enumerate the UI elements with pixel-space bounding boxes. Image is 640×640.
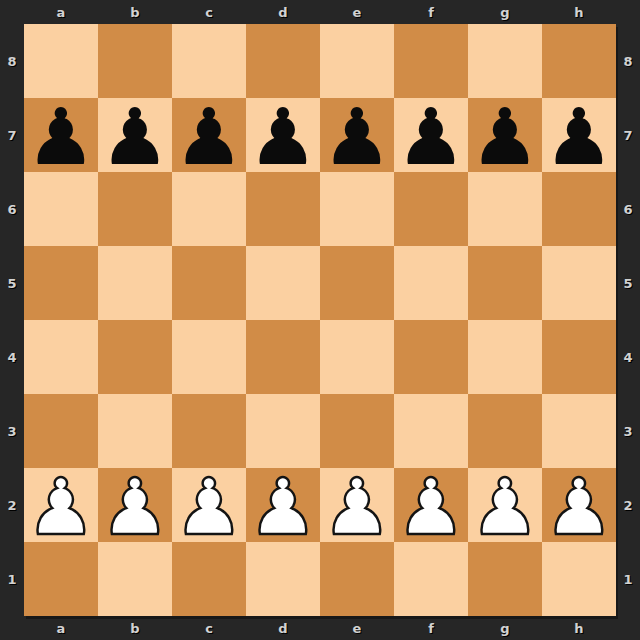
square-a4[interactable] <box>24 320 98 394</box>
file-label-e: e <box>320 0 394 24</box>
file-label-b: b <box>98 616 172 640</box>
black-pawn[interactable]: ♟ <box>544 102 614 172</box>
square-f6[interactable] <box>394 172 468 246</box>
square-f5[interactable] <box>394 246 468 320</box>
square-h3[interactable] <box>542 394 616 468</box>
black-pawn[interactable]: ♟ <box>26 102 96 172</box>
square-h6[interactable] <box>542 172 616 246</box>
square-e3[interactable] <box>320 394 394 468</box>
white-pawn[interactable]: ♟ <box>470 472 540 542</box>
square-g7[interactable]: ♟ <box>468 98 542 172</box>
rank-label-8: 8 <box>0 24 24 98</box>
square-c8[interactable] <box>172 24 246 98</box>
square-h2[interactable]: ♟ <box>542 468 616 542</box>
rank-label-7: 7 <box>616 98 640 172</box>
file-label-c: c <box>172 616 246 640</box>
file-labels-top: abcdefgh <box>24 0 616 24</box>
square-h7[interactable]: ♟ <box>542 98 616 172</box>
rank-label-2: 2 <box>616 468 640 542</box>
file-label-b: b <box>98 0 172 24</box>
square-f1[interactable] <box>394 542 468 616</box>
rank-label-8: 8 <box>616 24 640 98</box>
square-h8[interactable] <box>542 24 616 98</box>
white-pawn[interactable]: ♟ <box>322 472 392 542</box>
rank-label-4: 4 <box>0 320 24 394</box>
square-d4[interactable] <box>246 320 320 394</box>
square-c6[interactable] <box>172 172 246 246</box>
square-g2[interactable]: ♟ <box>468 468 542 542</box>
file-label-c: c <box>172 0 246 24</box>
square-c2[interactable]: ♟ <box>172 468 246 542</box>
square-d3[interactable] <box>246 394 320 468</box>
file-labels-bottom: abcdefgh <box>24 616 616 640</box>
square-h4[interactable] <box>542 320 616 394</box>
square-g4[interactable] <box>468 320 542 394</box>
file-label-h: h <box>542 0 616 24</box>
black-pawn[interactable]: ♟ <box>100 102 170 172</box>
square-e4[interactable] <box>320 320 394 394</box>
square-g1[interactable] <box>468 542 542 616</box>
square-e5[interactable] <box>320 246 394 320</box>
white-pawn[interactable]: ♟ <box>544 472 614 542</box>
square-b5[interactable] <box>98 246 172 320</box>
board: ♟♟♟♟♟♟♟♟♟♟♟♟♟♟♟♟ <box>24 24 616 616</box>
square-c3[interactable] <box>172 394 246 468</box>
square-h1[interactable] <box>542 542 616 616</box>
white-pawn[interactable]: ♟ <box>248 472 318 542</box>
file-label-e: e <box>320 616 394 640</box>
square-e8[interactable] <box>320 24 394 98</box>
square-d8[interactable] <box>246 24 320 98</box>
rank-label-6: 6 <box>0 172 24 246</box>
black-pawn[interactable]: ♟ <box>470 102 540 172</box>
square-g6[interactable] <box>468 172 542 246</box>
square-e6[interactable] <box>320 172 394 246</box>
square-b4[interactable] <box>98 320 172 394</box>
file-label-a: a <box>24 0 98 24</box>
rank-label-3: 3 <box>616 394 640 468</box>
square-e1[interactable] <box>320 542 394 616</box>
black-pawn[interactable]: ♟ <box>396 102 466 172</box>
file-label-f: f <box>394 0 468 24</box>
square-d2[interactable]: ♟ <box>246 468 320 542</box>
square-a6[interactable] <box>24 172 98 246</box>
square-g5[interactable] <box>468 246 542 320</box>
square-a5[interactable] <box>24 246 98 320</box>
square-d6[interactable] <box>246 172 320 246</box>
square-c4[interactable] <box>172 320 246 394</box>
square-a2[interactable]: ♟ <box>24 468 98 542</box>
file-label-h: h <box>542 616 616 640</box>
square-b6[interactable] <box>98 172 172 246</box>
rank-label-5: 5 <box>0 246 24 320</box>
square-a8[interactable] <box>24 24 98 98</box>
square-d7[interactable]: ♟ <box>246 98 320 172</box>
file-label-d: d <box>246 0 320 24</box>
square-h5[interactable] <box>542 246 616 320</box>
white-pawn[interactable]: ♟ <box>26 472 96 542</box>
rank-labels-right: 87654321 <box>616 24 640 616</box>
square-d1[interactable] <box>246 542 320 616</box>
file-label-a: a <box>24 616 98 640</box>
square-c5[interactable] <box>172 246 246 320</box>
square-a3[interactable] <box>24 394 98 468</box>
white-pawn[interactable]: ♟ <box>174 472 244 542</box>
square-b1[interactable] <box>98 542 172 616</box>
file-label-f: f <box>394 616 468 640</box>
white-pawn[interactable]: ♟ <box>100 472 170 542</box>
rank-label-4: 4 <box>616 320 640 394</box>
black-pawn[interactable]: ♟ <box>174 102 244 172</box>
square-g8[interactable] <box>468 24 542 98</box>
square-b8[interactable] <box>98 24 172 98</box>
square-c7[interactable]: ♟ <box>172 98 246 172</box>
square-b3[interactable] <box>98 394 172 468</box>
black-pawn[interactable]: ♟ <box>248 102 318 172</box>
file-label-g: g <box>468 0 542 24</box>
chessboard-frame: abcdefgh 87654321 ♟♟♟♟♟♟♟♟♟♟♟♟♟♟♟♟ 87654… <box>0 0 640 640</box>
square-f4[interactable] <box>394 320 468 394</box>
square-d5[interactable] <box>246 246 320 320</box>
file-label-d: d <box>246 616 320 640</box>
square-f8[interactable] <box>394 24 468 98</box>
rank-label-6: 6 <box>616 172 640 246</box>
square-g3[interactable] <box>468 394 542 468</box>
rank-label-1: 1 <box>616 542 640 616</box>
square-a1[interactable] <box>24 542 98 616</box>
file-label-g: g <box>468 616 542 640</box>
square-c1[interactable] <box>172 542 246 616</box>
rank-label-2: 2 <box>0 468 24 542</box>
rank-labels-left: 87654321 <box>0 24 24 616</box>
white-pawn[interactable]: ♟ <box>396 472 466 542</box>
black-pawn[interactable]: ♟ <box>322 102 392 172</box>
rank-label-1: 1 <box>0 542 24 616</box>
rank-label-3: 3 <box>0 394 24 468</box>
square-f3[interactable] <box>394 394 468 468</box>
square-f7[interactable]: ♟ <box>394 98 468 172</box>
rank-label-5: 5 <box>616 246 640 320</box>
square-e2[interactable]: ♟ <box>320 468 394 542</box>
square-b2[interactable]: ♟ <box>98 468 172 542</box>
square-a7[interactable]: ♟ <box>24 98 98 172</box>
square-f2[interactable]: ♟ <box>394 468 468 542</box>
rank-label-7: 7 <box>0 98 24 172</box>
square-e7[interactable]: ♟ <box>320 98 394 172</box>
square-b7[interactable]: ♟ <box>98 98 172 172</box>
